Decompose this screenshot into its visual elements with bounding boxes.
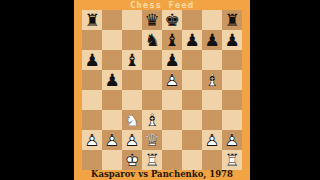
- square-e3: [162, 110, 182, 130]
- square-c3: ♞♘: [122, 110, 142, 130]
- black-queen: ♛: [142, 10, 162, 30]
- square-a5: [82, 70, 102, 90]
- square-h8: ♜: [222, 10, 242, 30]
- black-pawn: ♟: [82, 50, 102, 70]
- square-a1: [82, 150, 102, 170]
- pillarbox-left: [0, 0, 74, 180]
- square-a3: [82, 110, 102, 130]
- square-f1: [182, 150, 202, 170]
- black-bishop: ♝: [162, 30, 182, 50]
- black-pawn: ♟: [182, 30, 202, 50]
- square-c8: [122, 10, 142, 30]
- square-h1: ♜♖: [222, 150, 242, 170]
- black-pawn: ♟: [102, 70, 122, 90]
- square-h5: [222, 70, 242, 90]
- square-d2: ♛♕: [142, 130, 162, 150]
- white-pawn: ♟♙: [102, 130, 122, 150]
- square-e1: [162, 150, 182, 170]
- square-a7: [82, 30, 102, 50]
- square-g5: ♝♗: [202, 70, 222, 90]
- square-d4: [142, 90, 162, 110]
- square-e5: ♟♙: [162, 70, 182, 90]
- black-knight: ♞: [142, 30, 162, 50]
- square-b5: ♟: [102, 70, 122, 90]
- square-h6: [222, 50, 242, 70]
- square-a6: ♟: [82, 50, 102, 70]
- square-c6: ♝: [122, 50, 142, 70]
- white-knight: ♞♘: [122, 110, 142, 130]
- white-king: ♚♔: [122, 150, 142, 170]
- square-g3: [202, 110, 222, 130]
- square-f3: [182, 110, 202, 130]
- square-f6: [182, 50, 202, 70]
- square-e2: [162, 130, 182, 150]
- square-d6: [142, 50, 162, 70]
- square-a2: ♟♙: [82, 130, 102, 150]
- square-h3: [222, 110, 242, 130]
- video-frame: Chess Feed ♜♛♚♜♞♝♟♟♟♟♝♟♟♟♙♝♗♞♘♝♗♟♙♟♙♟♙♛♕…: [74, 0, 250, 180]
- square-h4: [222, 90, 242, 110]
- square-e8: ♚: [162, 10, 182, 30]
- pillarbox-right: [250, 0, 320, 180]
- square-c5: [122, 70, 142, 90]
- square-d7: ♞: [142, 30, 162, 50]
- square-g2: ♟♙: [202, 130, 222, 150]
- square-f5: [182, 70, 202, 90]
- square-e6: ♟: [162, 50, 182, 70]
- square-b1: [102, 150, 122, 170]
- square-g6: [202, 50, 222, 70]
- square-f7: ♟: [182, 30, 202, 50]
- square-f4: [182, 90, 202, 110]
- square-b4: [102, 90, 122, 110]
- square-g8: [202, 10, 222, 30]
- square-a8: ♜: [82, 10, 102, 30]
- white-pawn: ♟♙: [162, 70, 182, 90]
- white-bishop: ♝♗: [202, 70, 222, 90]
- white-pawn: ♟♙: [222, 130, 242, 150]
- square-b3: [102, 110, 122, 130]
- square-c4: [122, 90, 142, 110]
- white-pawn: ♟♙: [82, 130, 102, 150]
- square-b8: [102, 10, 122, 30]
- black-king: ♚: [162, 10, 182, 30]
- white-queen: ♛♕: [142, 130, 162, 150]
- black-pawn: ♟: [222, 30, 242, 50]
- square-f2: [182, 130, 202, 150]
- black-rook: ♜: [222, 10, 242, 30]
- white-bishop: ♝♗: [142, 110, 162, 130]
- square-b7: [102, 30, 122, 50]
- square-f8: [182, 10, 202, 30]
- white-rook: ♜♖: [142, 150, 162, 170]
- square-a4: [82, 90, 102, 110]
- square-d1: ♜♖: [142, 150, 162, 170]
- square-d5: [142, 70, 162, 90]
- square-c1: ♚♔: [122, 150, 142, 170]
- black-pawn: ♟: [162, 50, 182, 70]
- black-rook: ♜: [82, 10, 102, 30]
- black-pawn: ♟: [202, 30, 222, 50]
- square-e4: [162, 90, 182, 110]
- square-c2: ♟♙: [122, 130, 142, 150]
- square-h2: ♟♙: [222, 130, 242, 150]
- square-e7: ♝: [162, 30, 182, 50]
- white-pawn: ♟♙: [122, 130, 142, 150]
- square-b2: ♟♙: [102, 130, 122, 150]
- square-h7: ♟: [222, 30, 242, 50]
- square-g4: [202, 90, 222, 110]
- white-pawn: ♟♙: [202, 130, 222, 150]
- square-g1: [202, 150, 222, 170]
- square-d3: ♝♗: [142, 110, 162, 130]
- game-caption: Kasparov vs Panchenko, 1978: [74, 168, 250, 180]
- square-c7: [122, 30, 142, 50]
- square-b6: [102, 50, 122, 70]
- square-d8: ♛: [142, 10, 162, 30]
- black-bishop: ♝: [122, 50, 142, 70]
- white-rook: ♜♖: [222, 150, 242, 170]
- square-g7: ♟: [202, 30, 222, 50]
- chess-board: ♜♛♚♜♞♝♟♟♟♟♝♟♟♟♙♝♗♞♘♝♗♟♙♟♙♟♙♛♕♟♙♟♙♚♔♜♖♜♖: [82, 10, 242, 170]
